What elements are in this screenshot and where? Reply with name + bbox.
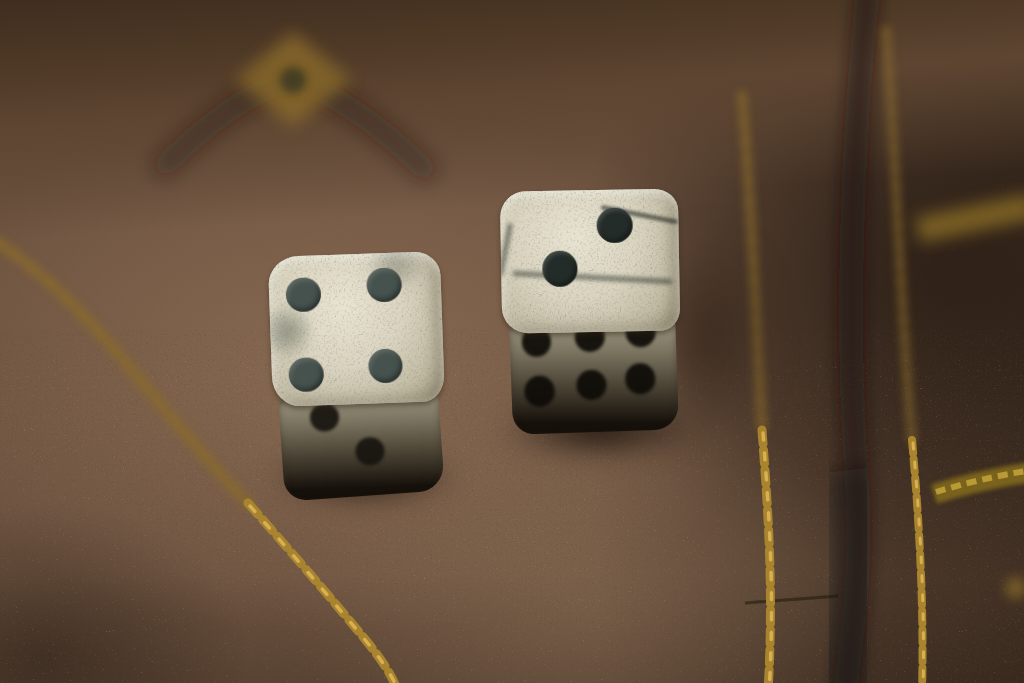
medallion-center-dot: [280, 67, 306, 93]
pip: [367, 348, 403, 384]
die-left-top-face: [268, 251, 445, 407]
pip: [366, 267, 402, 303]
pip: [576, 369, 607, 400]
pip: [355, 437, 386, 467]
die-right-top-pips: [500, 189, 680, 334]
pip: [542, 251, 578, 287]
pip: [289, 357, 325, 393]
die-left-top-pips: [268, 251, 445, 407]
die-right-top-face: [500, 189, 680, 334]
die-right-front-face: [509, 317, 679, 435]
photo-dice-on-leather: [0, 0, 1024, 683]
die-right: [500, 188, 686, 439]
pip: [596, 207, 632, 243]
pip: [524, 376, 555, 407]
pip: [625, 363, 656, 394]
pip: [286, 277, 322, 313]
die-right-front-pips: [509, 317, 679, 435]
die-left: [268, 251, 452, 501]
pip: [309, 402, 340, 432]
seam-wide-bottom: [842, 470, 854, 683]
